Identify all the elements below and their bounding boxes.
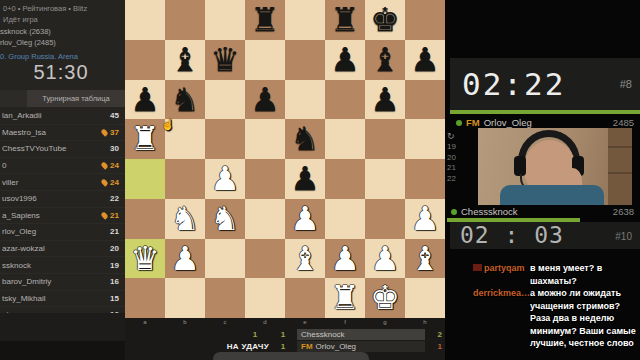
piece-white-bishop-h2[interactable]: ♝ (405, 239, 445, 279)
coord-a: a (125, 318, 165, 327)
coord-d: d (245, 318, 285, 327)
online-dot (451, 209, 457, 215)
standings-row[interactable]: lan_Arkadii45 (0, 108, 125, 125)
square-c7[interactable]: ♛ (205, 40, 245, 80)
chat-overlay: partyqamв меня умеет? в шахматы?derrickm… (473, 262, 639, 350)
square-c2[interactable] (205, 239, 245, 279)
score-total: 1 (425, 342, 445, 351)
square-d7[interactable] (245, 40, 285, 80)
standings-player-name: usov1996 (2, 194, 110, 203)
square-h4[interactable] (405, 159, 445, 199)
piece-white-queen-a2[interactable]: ♛ (125, 239, 165, 279)
piece-black-pawn-g6[interactable]: ♟ (365, 80, 405, 120)
square-h1[interactable] (405, 278, 445, 318)
online-dot (456, 120, 462, 126)
square-h8[interactable] (405, 0, 445, 40)
game-number-top: #8 (620, 78, 632, 90)
piece-black-pawn-d6[interactable]: ♟ (245, 80, 285, 120)
square-d4[interactable] (245, 159, 285, 199)
standings-row[interactable]: rlov_Oleg21 (0, 224, 125, 241)
square-c6[interactable] (205, 80, 245, 120)
standings-score: 19 (110, 261, 119, 270)
mouse-hand-cursor: ☝ (161, 118, 175, 131)
square-h3[interactable]: ♟ (405, 199, 445, 239)
stream-screen: 0+0 • Рейтинговая • Blitz Идёт игра sskn… (0, 0, 640, 360)
piece-white-knight-c3[interactable]: ♞ (205, 199, 245, 239)
clock-bottom-time: 02 : 03 (450, 222, 640, 249)
standings-row[interactable]: tsky_Mikhail15 (0, 291, 125, 308)
square-c8[interactable] (205, 0, 245, 40)
square-a4[interactable] (125, 159, 165, 199)
standings-row[interactable]: viller24 (0, 174, 125, 191)
score-player-name[interactable]: Chessknock (297, 329, 425, 340)
square-g8[interactable]: ♚ (365, 0, 405, 40)
square-a7[interactable] (125, 40, 165, 80)
standings-player-name: tsky_Mikhail (2, 294, 110, 303)
piece-white-bishop-e2[interactable]: ♝ (285, 239, 325, 279)
shelf-line (608, 146, 632, 148)
piece-black-knight-b6[interactable]: ♞ (165, 80, 205, 120)
piece-white-pawn-e3[interactable]: ♟ (285, 199, 325, 239)
standings-score: 45 (110, 111, 119, 120)
player-title: FM (466, 117, 480, 128)
chat-text: а можно ли ожидать учащения стримов? Раз… (530, 287, 639, 350)
player-rating: 2638 (613, 206, 634, 217)
standings-row[interactable]: usov199622 (0, 191, 125, 208)
game-result-cell: 1 (241, 330, 269, 339)
standings-row[interactable]: ssknock19 (0, 257, 125, 274)
piece-white-pawn-g2[interactable]: ♟ (365, 239, 405, 279)
score-total: 2 (425, 330, 445, 339)
square-a5[interactable]: ♜ (125, 119, 165, 159)
standings-score: 37 (110, 128, 119, 137)
move-list-numbers: ↻19202122 (447, 131, 473, 184)
piece-white-pawn-h3[interactable]: ♟ (405, 199, 445, 239)
square-c3[interactable]: ♞ (205, 199, 245, 239)
standings-row[interactable]: ChessTVYouTube30 (0, 141, 125, 158)
coord-h: h (405, 318, 445, 327)
piece-black-pawn-h7[interactable]: ♟ (405, 40, 445, 80)
sidebar-player-white[interactable]: rlov_Oleg (2485) (0, 38, 56, 47)
standings-player-name: ChessTVYouTube (2, 144, 110, 153)
square-e4[interactable]: ♟ (285, 159, 325, 199)
standings-score: 24 (110, 161, 119, 170)
piece-black-pawn-f7[interactable]: ♟ (325, 40, 365, 80)
square-c4[interactable]: ♟ (205, 159, 245, 199)
coord-c: c (205, 318, 245, 327)
game-result-cell: 1 (269, 330, 297, 339)
square-g2[interactable]: ♟ (365, 239, 405, 279)
standings-row[interactable]: 024 (0, 158, 125, 175)
square-b4[interactable] (165, 159, 205, 199)
piece-black-rook-f8[interactable]: ♜ (325, 0, 365, 40)
player-title: FM (301, 342, 313, 351)
square-d3[interactable] (245, 199, 285, 239)
score-row: НА УДАЧУ1FMOrlov_Oleg1 (125, 341, 445, 352)
chat-username[interactable]: derrickmea… (473, 287, 530, 350)
arena-link[interactable]: 0. Group Russia. Arena (0, 52, 78, 61)
square-g7[interactable]: ♝ (365, 40, 405, 80)
square-e1[interactable] (285, 278, 325, 318)
streamer-webcam (478, 128, 632, 205)
game-meta: 0+0 • Рейтинговая • Blitz (3, 4, 87, 13)
square-h2[interactable]: ♝ (405, 239, 445, 279)
standings-player-name: barov_Dmitriy (2, 277, 110, 286)
standings-player-name: azar-wokzal (2, 244, 110, 253)
piece-white-rook-f1[interactable]: ♜ (325, 278, 365, 318)
square-g1[interactable]: ♚ (365, 278, 405, 318)
standings-player-name: viller (2, 178, 102, 187)
game-number-bottom: #10 (615, 230, 632, 241)
square-d2[interactable] (245, 239, 285, 279)
player-rating: 2485 (613, 117, 634, 128)
tournament-sidebar: 0+0 • Рейтинговая • Blitz Идёт игра sskn… (0, 0, 125, 360)
standings-player-name: ssknock (2, 261, 110, 270)
streamer-shirt (500, 185, 604, 205)
webcam-background-shelf (608, 128, 632, 205)
move-number: 20 (447, 153, 473, 164)
game-result-cell: 1 (269, 342, 297, 351)
square-b2[interactable]: ♟ (165, 239, 205, 279)
clock-top-time: 02:22 (450, 58, 640, 110)
standings-score: 22 (110, 194, 119, 203)
standings-score: 21 (110, 211, 119, 220)
standings-score: 20 (110, 244, 119, 253)
standings-score: 16 (110, 277, 119, 286)
bottom-tooltip (213, 352, 369, 360)
standings-player-name: Maestro_Isa (2, 128, 102, 137)
movelist-cycle-icon[interactable]: ↻ (447, 131, 473, 142)
square-f4[interactable] (325, 159, 365, 199)
square-a1[interactable] (125, 278, 165, 318)
standings-score: 21 (110, 227, 119, 236)
square-e5[interactable]: ♞ (285, 119, 325, 159)
score-row: 11Chessknock2 (125, 329, 445, 340)
square-h5[interactable] (405, 119, 445, 159)
square-c5[interactable] (205, 119, 245, 159)
square-a3[interactable] (125, 199, 165, 239)
coord-g: g (365, 318, 405, 327)
piece-black-bishop-b7[interactable]: ♝ (165, 40, 205, 80)
sidebar-player-black[interactable]: ssknock (2638) (0, 27, 51, 36)
square-g3[interactable] (365, 199, 405, 239)
square-e2[interactable]: ♝ (285, 239, 325, 279)
square-c1[interactable] (205, 278, 245, 318)
coord-f: f (325, 318, 365, 327)
square-f1[interactable]: ♜ (325, 278, 365, 318)
player-name: Chesssknock (461, 206, 518, 217)
standings-player-name: rlov_Oleg (2, 227, 110, 236)
standings-player-name: lan_Arkadii (2, 111, 110, 120)
piece-white-king-g1[interactable]: ♚ (365, 278, 405, 318)
square-g5[interactable] (365, 119, 405, 159)
clock-bottom: 02 : 03 #10 (450, 222, 640, 249)
piece-white-pawn-c4[interactable]: ♟ (205, 159, 245, 199)
standings-row[interactable]: Maestro_Isa37 (0, 125, 125, 142)
tab-tournament-table[interactable]: Турнирная таблица (27, 90, 125, 107)
move-number: 22 (447, 174, 473, 185)
square-e3[interactable]: ♟ (285, 199, 325, 239)
piece-black-bishop-g7[interactable]: ♝ (365, 40, 405, 80)
square-e7[interactable] (285, 40, 325, 80)
standings-row[interactable]: barov_Dmitriy16 (0, 274, 125, 291)
square-a6[interactable]: ♟ (125, 80, 165, 120)
clock-top-progress (450, 110, 640, 114)
shelf-line (608, 172, 632, 174)
sidebar-bottom-dark (0, 341, 125, 360)
piece-black-pawn-a6[interactable]: ♟ (125, 80, 165, 120)
chat-username[interactable]: partyqam (473, 262, 530, 287)
square-a2[interactable]: ♛ (125, 239, 165, 279)
square-f5[interactable] (325, 119, 365, 159)
coord-e: e (285, 318, 325, 327)
player-name: Orlov_Oleg (484, 117, 532, 128)
piece-white-pawn-f2[interactable]: ♟ (325, 239, 365, 279)
standings-row[interactable]: a_Sapiens21 (0, 208, 125, 225)
square-g6[interactable]: ♟ (365, 80, 405, 120)
right-panel: ↻19202122 02:22 #8 FM Orlov_Oleg 2485 (445, 0, 640, 360)
score-player-name[interactable]: FMOrlov_Oleg (297, 341, 425, 352)
square-e6[interactable] (285, 80, 325, 120)
standings-score: 24 (110, 178, 119, 187)
square-d1[interactable] (245, 278, 285, 318)
square-b7[interactable]: ♝ (165, 40, 205, 80)
square-d6[interactable]: ♟ (245, 80, 285, 120)
chat-text: в меня умеет? в шахматы? (530, 262, 639, 287)
standings-list: lan_Arkadii45Maestro_Isa37ChessTVYouTube… (0, 108, 125, 324)
square-f6[interactable] (325, 80, 365, 120)
piece-black-pawn-e4[interactable]: ♟ (285, 159, 325, 199)
square-f2[interactable]: ♟ (325, 239, 365, 279)
chess-board[interactable]: ♜♜♚♝♛♟♝♟♟♞♟♟♜♞♟♟♞♞♟♟♛♟♝♟♟♝♜♚ (125, 0, 445, 318)
chat-message: partyqamв меня умеет? в шахматы? (473, 262, 639, 287)
square-d8[interactable]: ♜ (245, 0, 285, 40)
square-d5[interactable] (245, 119, 285, 159)
piece-white-knight-b3[interactable]: ♞ (165, 199, 205, 239)
headphone-cup-left (514, 156, 526, 176)
move-number: 19 (447, 142, 473, 153)
arena-countdown: 51:30 (0, 61, 122, 84)
standings-score: 30 (110, 144, 119, 153)
square-b6[interactable]: ♞ (165, 80, 205, 120)
standings-score: 15 (110, 294, 119, 303)
square-a8[interactable] (125, 0, 165, 40)
square-h7[interactable]: ♟ (405, 40, 445, 80)
standings-player-name: a_Sapiens (2, 211, 102, 220)
score-row-label: НА УДАЧУ (125, 342, 269, 351)
player-row-bottom[interactable]: Chesssknock 2638 (445, 204, 640, 219)
standings-row[interactable]: azar-wokzal20 (0, 241, 125, 258)
standings-player-name: 0 (2, 161, 102, 170)
game-status: Идёт игра (3, 15, 38, 24)
move-number: 21 (447, 163, 473, 174)
square-f8[interactable]: ♜ (325, 0, 365, 40)
piece-white-rook-a5[interactable]: ♜ (125, 119, 165, 159)
piece-black-knight-e5[interactable]: ♞ (285, 119, 325, 159)
square-h6[interactable] (405, 80, 445, 120)
square-f3[interactable] (325, 199, 365, 239)
chat-badge-icon (473, 264, 482, 271)
square-f7[interactable]: ♟ (325, 40, 365, 80)
sidebar-tabbar: Турнирная таблица (0, 90, 125, 107)
square-e8[interactable] (285, 0, 325, 40)
piece-black-queen-c7[interactable]: ♛ (205, 40, 245, 80)
square-b1[interactable] (165, 278, 205, 318)
coord-b: b (165, 318, 205, 327)
piece-black-rook-d8[interactable]: ♜ (245, 0, 285, 40)
piece-white-pawn-b2[interactable]: ♟ (165, 239, 205, 279)
square-b8[interactable] (165, 0, 205, 40)
square-g4[interactable] (365, 159, 405, 199)
piece-black-king-g8[interactable]: ♚ (365, 0, 405, 40)
square-b3[interactable]: ♞ (165, 199, 205, 239)
file-coordinates: abcdefgh (125, 318, 445, 327)
chat-message: derrickmea…а можно ли ожидать учащения с… (473, 287, 639, 350)
clock-top: 02:22 #8 (450, 58, 640, 110)
